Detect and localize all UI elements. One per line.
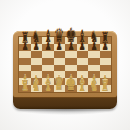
black-pawn-d7[interactable]: ♟ (56, 40, 63, 52)
black-pawn-f7[interactable]: ♟ (79, 40, 86, 52)
black-pawn-h7[interactable]: ♟ (102, 40, 109, 52)
square-h5[interactable] (100, 58, 112, 65)
square-e4[interactable] (65, 65, 77, 72)
white-queen-d1[interactable]: ♛ (54, 75, 64, 93)
square-c4[interactable] (42, 65, 54, 72)
white-bishop-f1[interactable]: ♝ (78, 77, 87, 93)
white-knight-b1[interactable]: ♞ (32, 78, 40, 93)
black-pawn-a7[interactable]: ♟ (21, 40, 28, 52)
square-a4[interactable] (19, 65, 31, 72)
photo-scene: ♜♞♝♛♚♝♞♜♟♟♟♟♟♟♟♟♟♟♟♟♟♟♟♟♜♞♝♛♚♝♞♜ (0, 0, 130, 130)
square-f5[interactable] (77, 58, 89, 65)
white-knight-g1[interactable]: ♞ (90, 78, 98, 93)
square-d5[interactable] (54, 58, 66, 65)
square-e5[interactable] (65, 58, 77, 65)
square-d4[interactable] (54, 65, 66, 72)
square-g5[interactable] (88, 58, 100, 65)
black-pawn-c7[interactable]: ♟ (44, 40, 51, 52)
black-pawn-g7[interactable]: ♟ (90, 40, 97, 52)
white-king-e1[interactable]: ♚ (65, 74, 76, 94)
white-bishop-c1[interactable]: ♝ (43, 77, 52, 93)
square-b5[interactable] (31, 58, 43, 65)
square-f4[interactable] (77, 65, 89, 72)
square-c5[interactable] (42, 58, 54, 65)
black-pawn-e7[interactable]: ♟ (67, 40, 74, 52)
white-rook-h1[interactable]: ♜ (101, 79, 109, 94)
white-rook-a1[interactable]: ♜ (21, 79, 29, 94)
square-g4[interactable] (88, 65, 100, 72)
square-h4[interactable] (100, 65, 112, 72)
black-pawn-b7[interactable]: ♟ (33, 40, 40, 52)
square-b4[interactable] (31, 65, 43, 72)
square-a5[interactable] (19, 58, 31, 65)
